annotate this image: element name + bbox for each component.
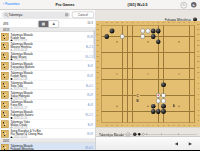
game-thumbnail [1,130,9,138]
next-move-button[interactable]: ▶ [189,141,192,146]
game-result: B+0.5 [86,84,93,87]
black-stone [151,29,156,34]
star-point [116,73,117,74]
move-slider-bar: Takemiya Masaki [96,127,200,137]
game-thumbnail [1,81,9,89]
game-thumbnail [1,72,9,80]
game-info-title: (301) W+0.5 [100,2,175,7]
star-point [178,106,179,107]
game-row[interactable]: Takemiya MasakiMizuno Hirohisa2013-04-18… [0,42,96,52]
game-row[interactable]: Takemiya MasakiSeto Taiki2013-02-14B+0.5 [0,80,96,90]
black-stone [161,104,166,109]
star-point [116,41,117,42]
game-thumbnail [1,91,9,99]
star-point [178,41,179,42]
star-point [116,106,117,107]
board-grid[interactable]: CBA [99,23,197,125]
back-button[interactable]: ‹ Favorites [3,2,20,6]
game-row[interactable]: Takemiya MasakiKono Rin2013-01-17B+R [0,100,96,110]
black-stone [156,39,161,44]
game-row[interactable]: Takemiya YokoMukai Chiaki2013-06-13B+R [0,119,96,129]
game-list: 2013Takemiya MasakiKudoh Isao2013-05-05W… [0,28,96,151]
game-row[interactable]: Takemiya MasakiKudoh Isao2013-05-05W+R [0,32,96,42]
white-stone [156,98,161,103]
game-result: W+R [87,74,93,77]
play-icon[interactable]: ▶ [191,2,197,8]
nav-bar: ‹ Favorites Pro Games (301) W+0.5 ↻ ▶ [0,0,200,10]
white-stone [146,29,151,34]
black-player-bar: Fukawa Mitsuhisa [96,10,200,21]
star-point [147,41,148,42]
game-row[interactable]: Takemiya MasakiKanazawa Makoto2013-03-07… [0,61,96,71]
game-result: B+R [88,123,93,126]
hint-label: C [136,94,139,97]
segment-board-icon[interactable]: ▦ [39,21,49,27]
cancel-button[interactable]: Cancel [72,11,94,18]
go-board[interactable]: ABCDEFGHJKLMNOPQRST ABCDEFGHJKLMNOPQRST … [96,21,200,127]
game-row[interactable]: Song Ronghui & Yu BinRui Naiwei & Chang … [0,129,96,139]
black-stone [104,34,109,39]
game-result: W+0.5 [85,147,93,150]
game-thumbnail [1,62,9,70]
star-point [147,73,148,74]
slider-tick [178,134,179,135]
black-stone [151,109,156,114]
game-result: B+R [88,65,93,68]
winner-dot [11,136,13,138]
segment-players-icon[interactable]: ♟ [48,21,58,27]
white-stone [156,93,161,98]
game-row[interactable]: Takemiya MasakiSakai Hideyuki2013-01-31W… [0,90,96,100]
slider-move-dot [146,134,148,136]
white-stone [120,34,125,39]
slider-thumb[interactable] [133,132,137,136]
game-thumbnail [1,144,9,150]
game-row[interactable]: Takemiya MasakiKobayashi Satoru2013-01-1… [0,110,96,120]
slider-tick [108,134,109,135]
black-stone [151,104,156,109]
clear-search-icon[interactable]: × [65,13,69,17]
game-result: W+R [87,132,93,135]
prev-move-button[interactable]: ◀ [175,141,178,146]
black-stone [161,82,166,87]
last-move-marker [158,95,160,97]
star-point [178,73,179,74]
refresh-icon[interactable]: ↻ [181,2,188,9]
hint-label: B [136,99,139,102]
database-size: 16.3 [87,22,93,25]
view-segment-control: ▦ ♟ [38,20,59,27]
game-date: 2013-10-03 [11,136,28,139]
black-stone [151,34,156,39]
game-row[interactable]: Takemiya MasakiKudoh Norio2013-02-28W+R [0,71,96,81]
board-panel: Fukawa Mitsuhisa ABCDEFGHJKLMNOPQRST ABC… [96,10,200,150]
game-thumbnail [1,120,9,128]
scrollbar[interactable] [93,30,95,59]
slider-move-dot-white [142,133,144,135]
game-thumbnail [1,101,9,109]
white-stone [140,34,145,39]
game-row[interactable]: Takemiya MasakiFukawa Mitsuhisa2001-01-1… [0,143,96,150]
filter-row: 493 ▦ ♟ 16.3 [0,19,96,28]
sidebar-title: Pro Games [35,2,95,7]
white-stone [140,29,145,34]
search-input[interactable]: Takemiya × [2,11,70,18]
slider-tick [161,134,162,135]
app-window: ‹ Favorites Pro Games (301) W+0.5 ↻ ▶ Ta… [0,0,200,150]
game-result: W+2.5 [85,113,93,116]
game-thumbnail [1,43,9,51]
white-stone [161,93,166,98]
slider-move-dot-black [138,133,140,135]
game-thumbnail [1,33,9,41]
coords-right: 19181716151413121110987654321 [197,23,200,125]
black-stone [156,29,161,34]
game-thumbnail [1,52,9,60]
games-count: 493 [3,22,8,26]
game-list-sidebar: Takemiya × Cancel 493 ▦ ♟ 16.3 2013Takem… [0,10,96,150]
star-point [147,106,148,107]
search-value: Takemiya [9,13,23,17]
black-stone [109,29,114,34]
white-stone [161,98,166,103]
game-result: W+R [87,94,93,97]
game-result: B+R [88,103,93,106]
hint-label: A [172,105,175,108]
game-thumbnail [1,111,9,119]
game-row[interactable]: Takemiya MasakiAwaji Shuzo2013-03-21W+1.… [0,51,96,61]
black-stone [161,109,166,114]
game-result: W+1.5 [85,55,93,58]
game-result: W+R [87,36,93,39]
search-row: Takemiya × Cancel [0,10,96,19]
search-icon [5,13,8,16]
move-slider[interactable] [99,134,197,135]
bottom-toolbar: ◀ ▶ [96,137,200,151]
game-result: B+2.5 [86,45,93,48]
black-stone [156,109,161,114]
